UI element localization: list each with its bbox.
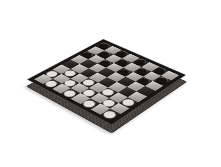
board-frame: ●●●●●●●●●●●●●●●●●●●●●●●● <box>27 39 186 125</box>
board-scene: ●●●●●●●●●●●●●●●●●●●●●●●● <box>0 0 221 167</box>
board-grid: ●●●●●●●●●●●●●●●●●●●●●●●● <box>34 42 179 120</box>
checkers-board: ●●●●●●●●●●●●●●●●●●●●●●●● <box>27 45 185 132</box>
product-photo-canvas: ●●●●●●●●●●●●●●●●●●●●●●●● <box>0 0 221 167</box>
